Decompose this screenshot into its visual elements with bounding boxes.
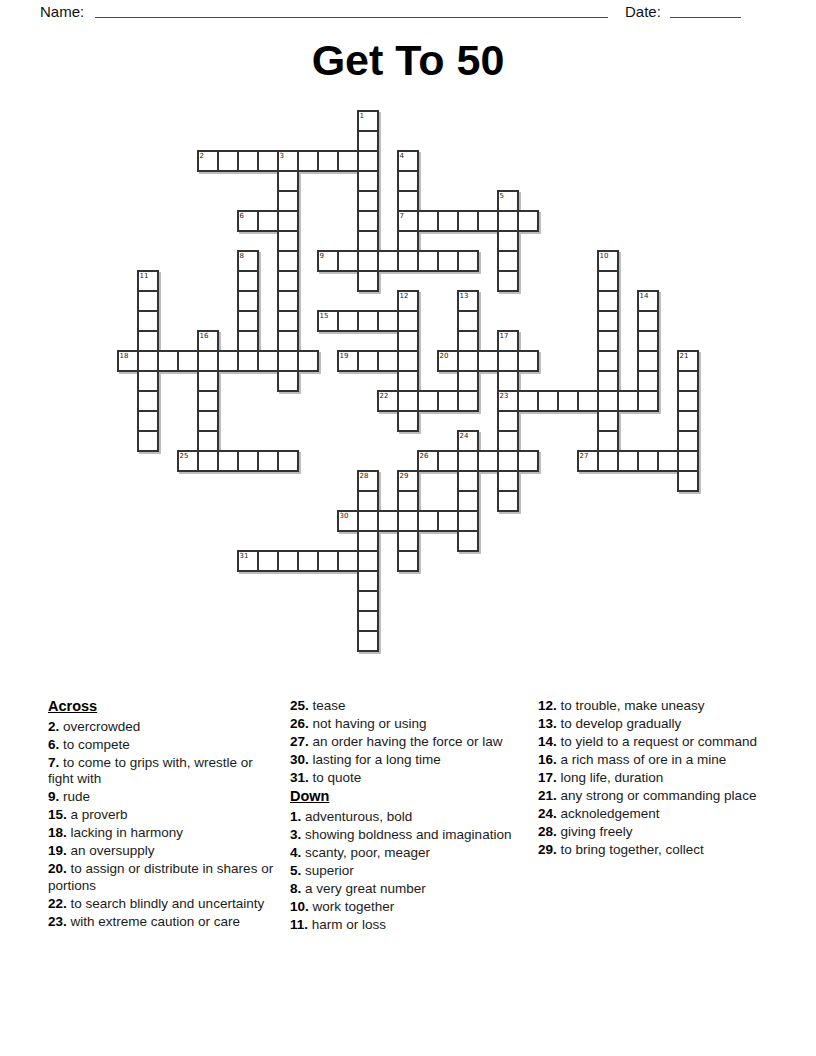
grid-cell-r17c3[interactable] [177,450,199,472]
grid-cell-r25c12[interactable] [357,610,379,632]
grid-cell-r22c7[interactable] [257,550,279,572]
grid-cell-r20c17[interactable] [457,510,479,532]
grid-cell-r2c4[interactable] [197,150,219,172]
grid-cell-r12c24[interactable] [597,350,619,372]
grid-cell-r22c6[interactable] [237,550,259,572]
grid-cell-r14c13[interactable] [377,390,399,412]
grid-cell-r8c12[interactable] [357,270,379,292]
grid-cell-r2c14[interactable] [397,150,419,172]
grid-cell-r20c14[interactable] [397,510,419,532]
grid-cell-r20c13[interactable] [377,510,399,532]
grid-cell-r0c12[interactable] [357,110,379,132]
grid-cell-r12c6[interactable] [237,350,259,372]
grid-cell-r4c14[interactable] [397,190,419,212]
grid-cell-r12c0[interactable] [117,350,139,372]
grid-cell-r2c12[interactable] [357,150,379,172]
clue-across-6: 6. to compete [48,737,276,754]
grid-cell-r10c17[interactable] [457,310,479,332]
grid-cell-r6c19[interactable] [497,230,519,252]
grid-cell-r3c14[interactable] [397,170,419,192]
clue-number: 10. [290,899,313,914]
grid-cell-r18c17[interactable] [457,470,479,492]
grid-cell-r19c19[interactable] [497,490,519,512]
grid-cell-r17c8[interactable] [277,450,299,472]
grid-cell-r16c19[interactable] [497,430,519,452]
grid-cell-r5c7[interactable] [257,210,279,232]
grid-cell-r21c14[interactable] [397,530,419,552]
date-label: Date: [625,3,661,20]
grid-cell-r13c4[interactable] [197,370,219,392]
clue-across-26: 26. not having or using [290,716,518,733]
clue-number: 3. [290,827,305,842]
grid-cell-r15c4[interactable] [197,410,219,432]
grid-cell-r16c28[interactable] [677,430,699,452]
clues-heading-down: Down [290,788,518,805]
grid-cell-r17c7[interactable] [257,450,279,472]
grid-cell-r6c8[interactable] [277,230,299,252]
grid-cell-r13c24[interactable] [597,370,619,392]
grid-cell-r7c12[interactable] [357,250,379,272]
grid-cell-r7c14[interactable] [397,250,419,272]
clue-number: 22. [48,896,71,911]
grid-cell-r16c24[interactable] [597,430,619,452]
grid-cell-r11c4[interactable] [197,330,219,352]
clue-down-3: 3. showing boldness and imagination [290,827,518,844]
grid-cell-r21c17[interactable] [457,530,479,552]
grid-cell-r7c17[interactable] [457,250,479,272]
clue-number: 27. [290,734,313,749]
grid-cell-r7c8[interactable] [277,250,299,272]
grid-cell-r14c19[interactable] [497,390,519,412]
grid-cell-r15c24[interactable] [597,410,619,432]
grid-cell-r13c17[interactable] [457,370,479,392]
clue-number: 14. [538,734,561,749]
grid-cell-r10c24[interactable] [597,310,619,332]
date-write-line [670,16,741,18]
grid-cell-r11c6[interactable] [237,330,259,352]
grid-cell-r12c18[interactable] [477,350,499,372]
grid-cell-r2c11[interactable] [337,150,359,172]
grid-cell-r17c23[interactable] [577,450,599,472]
clue-down-28: 28. giving freely [538,824,766,841]
grid-cell-r7c16[interactable] [437,250,459,272]
clue-number: 7. [48,755,63,770]
grid-cell-r5c20[interactable] [517,210,539,232]
grid-cell-r10c14[interactable] [397,310,419,332]
grid-cell-r5c16[interactable] [437,210,459,232]
worksheet-page: Name: Date: Get To 50 123456789101112131… [0,0,816,1056]
clue-across-23: 23. with extreme caution or care [48,914,276,931]
grid-cell-r2c5[interactable] [217,150,239,172]
grid-cell-r12c11[interactable] [337,350,359,372]
clue-number: 12. [538,698,561,713]
grid-cell-r15c1[interactable] [137,410,159,432]
grid-cell-r18c28[interactable] [677,470,699,492]
clue-across-20: 20. to assign or distribute in shares or… [48,861,276,894]
grid-cell-r17c16[interactable] [437,450,459,472]
grid-cell-r12c19[interactable] [497,350,519,372]
clue-down-4: 4. scanty, poor, meager [290,845,518,862]
clue-across-30: 30. lasting for a long time [290,752,518,769]
grid-cell-r11c19[interactable] [497,330,519,352]
grid-cell-r22c10[interactable] [317,550,339,572]
grid-cell-r11c17[interactable] [457,330,479,352]
clue-down-24: 24. acknoledgement [538,806,766,823]
grid-cell-r14c21[interactable] [537,390,559,412]
puzzle-title: Get To 50 [0,36,816,85]
grid-cell-r17c15[interactable] [417,450,439,472]
clue-number: 15. [48,807,71,822]
grid-cell-r12c4[interactable] [197,350,219,372]
grid-cell-r12c9[interactable] [297,350,319,372]
grid-cell-r24c12[interactable] [357,590,379,612]
grid-cell-r17c25[interactable] [617,450,639,472]
clue-down-17: 17. long life, duration [538,770,766,787]
grid-cell-r12c16[interactable] [437,350,459,372]
grid-cell-r12c26[interactable] [637,350,659,372]
grid-cell-r14c1[interactable] [137,390,159,412]
grid-cell-r17c24[interactable] [597,450,619,472]
clue-number: 23. [48,914,71,929]
grid-cell-r22c8[interactable] [277,550,299,572]
clue-number: 11. [290,917,312,932]
grid-cell-r22c9[interactable] [297,550,319,572]
grid-cell-r9c26[interactable] [637,290,659,312]
grid-cell-r4c19[interactable] [497,190,519,212]
clue-across-27: 27. an order having the force or law [290,734,518,751]
clue-number: 20. [48,861,71,876]
grid-cell-r13c1[interactable] [137,370,159,392]
grid-cell-r7c15[interactable] [417,250,439,272]
clue-across-9: 9. rude [48,789,276,806]
grid-cell-r14c26[interactable] [637,390,659,412]
clue-across-15: 15. a proverb [48,807,276,824]
grid-cell-r15c14[interactable] [397,410,419,432]
grid-cell-r2c7[interactable] [257,150,279,172]
clue-number: 28. [538,824,561,839]
grid-cell-r22c11[interactable] [337,550,359,572]
grid-cell-r17c5[interactable] [217,450,239,472]
grid-cell-r12c20[interactable] [517,350,539,372]
clue-across-18: 18. lacking in harmony [48,825,276,842]
grid-cell-r8c8[interactable] [277,270,299,292]
grid-cell-r16c17[interactable] [457,430,479,452]
clue-across-25: 25. tease [290,698,518,715]
clue-down-14: 14. to yield to a request or command [538,734,766,751]
grid-cell-r15c28[interactable] [677,410,699,432]
clue-across-2: 2. overcrowded [48,719,276,736]
grid-cell-r17c26[interactable] [637,450,659,472]
grid-cell-r9c8[interactable] [277,290,299,312]
clue-number: 5. [290,863,305,878]
clue-across-19: 19. an oversupply [48,843,276,860]
grid-cell-r13c28[interactable] [677,370,699,392]
grid-cell-r17c17[interactable] [457,450,479,472]
grid-cell-r10c10[interactable] [317,310,339,332]
grid-cell-r5c15[interactable] [417,210,439,232]
clue-down-21: 21. any strong or commanding place [538,788,766,805]
grid-cell-r14c28[interactable] [677,390,699,412]
grid-cell-r12c7[interactable] [257,350,279,372]
grid-cell-r12c5[interactable] [217,350,239,372]
clue-number: 19. [48,843,71,858]
clue-number: 2. [48,719,63,734]
grid-cell-r10c13[interactable] [377,310,399,332]
clue-number: 17. [538,770,561,785]
grid-cell-r14c14[interactable] [397,390,419,412]
grid-cell-r2c9[interactable] [297,150,319,172]
grid-cell-r23c12[interactable] [357,570,379,592]
grid-cell-r8c19[interactable] [497,270,519,292]
grid-cell-r9c17[interactable] [457,290,479,312]
grid-cell-r9c24[interactable] [597,290,619,312]
clue-number: 16. [538,752,561,767]
grid-cell-r20c15[interactable] [417,510,439,532]
grid-cell-r14c22[interactable] [557,390,579,412]
grid-cell-r10c11[interactable] [337,310,359,332]
grid-cell-r17c28[interactable] [677,450,699,472]
clue-number: 24. [538,806,561,821]
grid-cell-r13c14[interactable] [397,370,419,392]
clue-number: 26. [290,716,313,731]
clue-across-31: 31. to quote [290,770,518,787]
clue-down-11: 11. harm or loss [290,917,518,934]
grid-cell-r11c24[interactable] [597,330,619,352]
grid-cell-r12c17[interactable] [457,350,479,372]
clue-number: 21. [538,788,561,803]
clue-across-7: 7. to come to grips with, wrestle or fig… [48,755,276,788]
grid-cell-r13c26[interactable] [637,370,659,392]
clue-number: 18. [48,825,71,840]
grid-cell-r2c10[interactable] [317,150,339,172]
grid-cell-r18c19[interactable] [497,470,519,492]
grid-cell-r12c8[interactable] [277,350,299,372]
grid-cell-r11c1[interactable] [137,330,159,352]
grid-cell-r14c25[interactable] [617,390,639,412]
clue-column-2: 25. tease26. not having or using27. an o… [290,698,518,935]
grid-cell-r13c8[interactable] [277,370,299,392]
clue-number: 8. [290,881,305,896]
grid-cell-r10c1[interactable] [137,310,159,332]
grid-cell-r19c17[interactable] [457,490,479,512]
grid-cell-r5c12[interactable] [357,210,379,232]
grid-cell-r12c13[interactable] [377,350,399,372]
grid-cell-r5c19[interactable] [497,210,519,232]
grid-cell-r14c17[interactable] [457,390,479,412]
grid-cell-r2c8[interactable] [277,150,299,172]
grid-cell-r12c3[interactable] [177,350,199,372]
grid-cell-r20c11[interactable] [337,510,359,532]
grid-cell-r19c14[interactable] [397,490,419,512]
grid-cell-r11c26[interactable] [637,330,659,352]
grid-cell-r17c4[interactable] [197,450,219,472]
grid-cell-r5c8[interactable] [277,210,299,232]
grid-cell-r12c2[interactable] [157,350,179,372]
grid-cell-r7c19[interactable] [497,250,519,272]
grid-cell-r17c27[interactable] [657,450,679,472]
name-label: Name: [40,3,84,20]
grid-cell-r11c8[interactable] [277,330,299,352]
grid-cell-r10c26[interactable] [637,310,659,332]
grid-cell-r21c12[interactable] [357,530,379,552]
grid-cell-r8c6[interactable] [237,270,259,292]
grid-cell-r26c12[interactable] [357,630,379,652]
clue-number: 6. [48,737,63,752]
grid-cell-r18c12[interactable] [357,470,379,492]
grid-cell-r22c14[interactable] [397,550,419,572]
clues-heading-across: Across [48,698,276,715]
grid-cell-r12c28[interactable] [677,350,699,372]
grid-cell-r7c6[interactable] [237,250,259,272]
grid-cell-r14c20[interactable] [517,390,539,412]
grid-cell-r22c12[interactable] [357,550,379,572]
grid-cell-r15c19[interactable] [497,410,519,432]
clue-down-5: 5. superior [290,863,518,880]
grid-cell-r20c12[interactable] [357,510,379,532]
grid-cell-r19c12[interactable] [357,490,379,512]
grid-cell-r20c16[interactable] [437,510,459,532]
grid-cell-r7c11[interactable] [337,250,359,272]
grid-cell-r14c4[interactable] [197,390,219,412]
grid-cell-r9c6[interactable] [237,290,259,312]
grid-cell-r10c12[interactable] [357,310,379,332]
grid-cell-r6c12[interactable] [357,230,379,252]
clue-number: 30. [290,752,313,767]
grid-cell-r16c4[interactable] [197,430,219,452]
grid-cell-r5c17[interactable] [457,210,479,232]
clue-down-29: 29. to bring together, collect [538,842,766,859]
grid-cell-r17c20[interactable] [517,450,539,472]
grid-cell-r17c18[interactable] [477,450,499,472]
grid-cell-r3c8[interactable] [277,170,299,192]
clue-number: 13. [538,716,561,731]
grid-cell-r9c14[interactable] [397,290,419,312]
clue-number: 25. [290,698,313,713]
grid-cell-r12c14[interactable] [397,350,419,372]
grid-cell-r14c24[interactable] [597,390,619,412]
grid-cell-r11c14[interactable] [397,330,419,352]
grid-cell-r18c14[interactable] [397,470,419,492]
clue-across-22: 22. to search blindly and uncertainty [48,896,276,913]
grid-cell-r12c1[interactable] [137,350,159,372]
clue-number: 29. [538,842,561,857]
grid-cell-r17c6[interactable] [237,450,259,472]
clue-column-3: 12. to trouble, make uneasy13. to develo… [538,698,766,860]
grid-cell-r4c8[interactable] [277,190,299,212]
clue-number: 9. [48,789,63,804]
grid-cell-r7c13[interactable] [377,250,399,272]
grid-cell-r6c14[interactable] [397,230,419,252]
grid-cell-r1c12[interactable] [357,130,379,152]
clue-down-8: 8. a very great number [290,881,518,898]
clue-down-13: 13. to develop gradually [538,716,766,733]
clue-down-10: 10. work together [290,899,518,916]
grid-cell-r7c24[interactable] [597,250,619,272]
clue-down-16: 16. a rich mass of ore in a mine [538,752,766,769]
grid-cell-r10c8[interactable] [277,310,299,332]
clue-down-1: 1. adventurous, bold [290,809,518,826]
grid-cell-r5c18[interactable] [477,210,499,232]
grid-cell-r4c12[interactable] [357,190,379,212]
grid-cell-r7c10[interactable] [317,250,339,272]
grid-cell-r8c24[interactable] [597,270,619,292]
clue-number: 31. [290,770,313,785]
grid-cell-r9c1[interactable] [137,290,159,312]
clue-down-12: 12. to trouble, make uneasy [538,698,766,715]
grid-cell-r12c12[interactable] [357,350,379,372]
grid-cell-r3c12[interactable] [357,170,379,192]
clue-number: 1. [290,809,305,824]
grid-cell-r14c16[interactable] [437,390,459,412]
grid-cell-r8c1[interactable] [137,270,159,292]
grid-cell-r10c6[interactable] [237,310,259,332]
grid-cell-r5c14[interactable] [397,210,419,232]
clue-number: 4. [290,845,305,860]
grid-cell-r5c6[interactable] [237,210,259,232]
clue-column-1: Across2. overcrowded6. to compete7. to c… [48,698,276,932]
grid-cell-r14c15[interactable] [417,390,439,412]
grid-cell-r13c19[interactable] [497,370,519,392]
grid-cell-r17c19[interactable] [497,450,519,472]
grid-cell-r14c23[interactable] [577,390,599,412]
grid-cell-r16c1[interactable] [137,430,159,452]
grid-cell-r2c6[interactable] [237,150,259,172]
crossword-grid: 1234567891011121314151617181920212223242… [117,110,699,652]
name-write-line [95,16,608,18]
